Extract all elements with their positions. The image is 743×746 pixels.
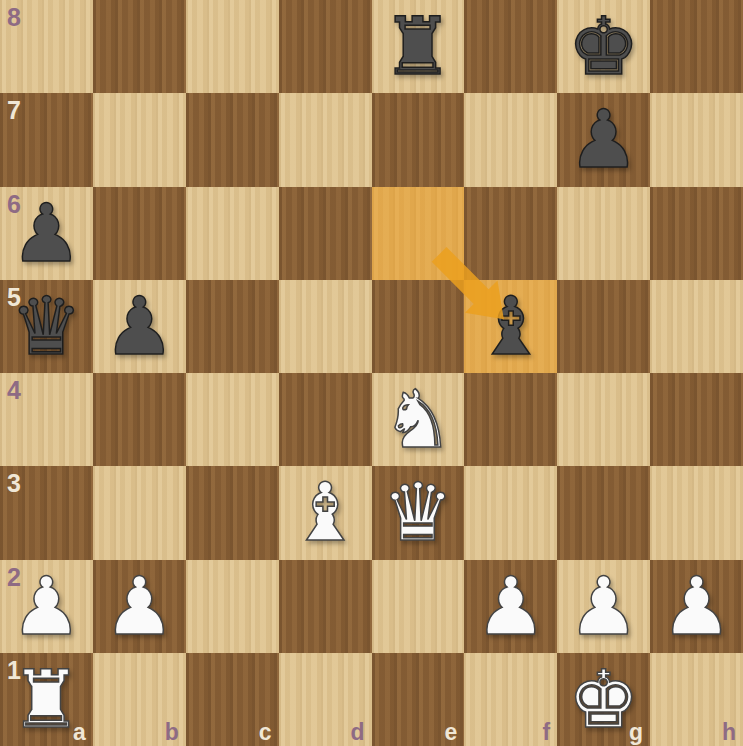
rank-label-7: 7 xyxy=(7,96,21,125)
white-bishop-d3[interactable]: ♝ xyxy=(289,466,361,559)
square-d1[interactable]: d xyxy=(279,653,372,746)
square-c1[interactable]: c xyxy=(186,653,279,746)
square-c2[interactable] xyxy=(186,560,279,653)
black-pawn-g7[interactable]: ♟ xyxy=(568,93,640,186)
white-pawn-h2[interactable]: ♟ xyxy=(661,560,733,653)
square-f8[interactable] xyxy=(464,0,557,93)
square-c7[interactable] xyxy=(186,93,279,186)
square-h8[interactable] xyxy=(650,0,743,93)
square-g4[interactable] xyxy=(557,373,650,466)
square-h7[interactable] xyxy=(650,93,743,186)
file-label-h: h xyxy=(722,719,736,746)
square-c3[interactable] xyxy=(186,466,279,559)
file-label-b: b xyxy=(165,719,179,746)
white-pawn-f2[interactable]: ♟ xyxy=(475,560,547,653)
black-pawn-a6[interactable]: ♟ xyxy=(11,187,83,280)
square-e4[interactable]: ♞ xyxy=(372,373,465,466)
square-f2[interactable]: ♟ xyxy=(464,560,557,653)
file-label-c: c xyxy=(259,719,272,746)
square-h5[interactable] xyxy=(650,280,743,373)
square-g8[interactable]: ♚ xyxy=(557,0,650,93)
square-f5[interactable]: ♝ xyxy=(464,280,557,373)
square-b7[interactable] xyxy=(93,93,186,186)
square-c4[interactable] xyxy=(186,373,279,466)
white-queen-e3[interactable]: ♛ xyxy=(382,466,454,559)
square-e2[interactable] xyxy=(372,560,465,653)
white-knight-e4[interactable]: ♞ xyxy=(382,373,454,466)
square-a1[interactable]: 1a♜ xyxy=(0,653,93,746)
square-e8[interactable]: ♜ xyxy=(372,0,465,93)
square-e5[interactable] xyxy=(372,280,465,373)
square-b2[interactable]: ♟ xyxy=(93,560,186,653)
square-e6[interactable] xyxy=(372,187,465,280)
square-d8[interactable] xyxy=(279,0,372,93)
square-h2[interactable]: ♟ xyxy=(650,560,743,653)
square-b1[interactable]: b xyxy=(93,653,186,746)
square-d6[interactable] xyxy=(279,187,372,280)
square-d3[interactable]: ♝ xyxy=(279,466,372,559)
square-h6[interactable] xyxy=(650,187,743,280)
square-g7[interactable]: ♟ xyxy=(557,93,650,186)
square-f3[interactable] xyxy=(464,466,557,559)
square-d2[interactable] xyxy=(279,560,372,653)
square-a2[interactable]: 2♟ xyxy=(0,560,93,653)
square-g2[interactable]: ♟ xyxy=(557,560,650,653)
white-rook-a1[interactable]: ♜ xyxy=(11,653,83,746)
square-h1[interactable]: h xyxy=(650,653,743,746)
black-queen-a5[interactable]: ♛ xyxy=(11,280,83,373)
square-b6[interactable] xyxy=(93,187,186,280)
square-c8[interactable] xyxy=(186,0,279,93)
square-e1[interactable]: e xyxy=(372,653,465,746)
black-bishop-f5[interactable]: ♝ xyxy=(475,280,547,373)
white-pawn-a2[interactable]: ♟ xyxy=(11,560,83,653)
square-d5[interactable] xyxy=(279,280,372,373)
square-g3[interactable] xyxy=(557,466,650,559)
square-d7[interactable] xyxy=(279,93,372,186)
rank-label-3: 3 xyxy=(7,469,21,498)
square-a4[interactable]: 4 xyxy=(0,373,93,466)
square-h4[interactable] xyxy=(650,373,743,466)
square-c5[interactable] xyxy=(186,280,279,373)
white-pawn-g2[interactable]: ♟ xyxy=(568,560,640,653)
square-d4[interactable] xyxy=(279,373,372,466)
square-a7[interactable]: 7 xyxy=(0,93,93,186)
rank-label-8: 8 xyxy=(7,3,21,32)
file-label-f: f xyxy=(543,719,551,746)
square-b3[interactable] xyxy=(93,466,186,559)
square-a8[interactable]: 8 xyxy=(0,0,93,93)
file-label-e: e xyxy=(445,719,458,746)
square-e3[interactable]: ♛ xyxy=(372,466,465,559)
white-pawn-b2[interactable]: ♟ xyxy=(103,560,175,653)
square-f1[interactable]: f xyxy=(464,653,557,746)
black-rook-e8[interactable]: ♜ xyxy=(382,0,454,93)
square-g6[interactable] xyxy=(557,187,650,280)
square-g5[interactable] xyxy=(557,280,650,373)
square-f7[interactable] xyxy=(464,93,557,186)
square-a5[interactable]: 5♛ xyxy=(0,280,93,373)
square-b5[interactable]: ♟ xyxy=(93,280,186,373)
black-king-g8[interactable]: ♚ xyxy=(568,0,640,93)
square-c6[interactable] xyxy=(186,187,279,280)
square-b8[interactable] xyxy=(93,0,186,93)
square-h3[interactable] xyxy=(650,466,743,559)
board-grid: 8♜♚7♟6♟5♛♟♝4♞3♝♛2♟♟♟♟♟1a♜bcdefg♚h xyxy=(0,0,743,746)
square-g1[interactable]: g♚ xyxy=(557,653,650,746)
square-a6[interactable]: 6♟ xyxy=(0,187,93,280)
white-king-g1[interactable]: ♚ xyxy=(568,653,640,746)
black-pawn-b5[interactable]: ♟ xyxy=(103,280,175,373)
square-f6[interactable] xyxy=(464,187,557,280)
square-f4[interactable] xyxy=(464,373,557,466)
file-label-d: d xyxy=(350,719,364,746)
square-a3[interactable]: 3 xyxy=(0,466,93,559)
chess-board: 8♜♚7♟6♟5♛♟♝4♞3♝♛2♟♟♟♟♟1a♜bcdefg♚h xyxy=(0,0,743,746)
square-e7[interactable] xyxy=(372,93,465,186)
rank-label-4: 4 xyxy=(7,376,21,405)
square-b4[interactable] xyxy=(93,373,186,466)
